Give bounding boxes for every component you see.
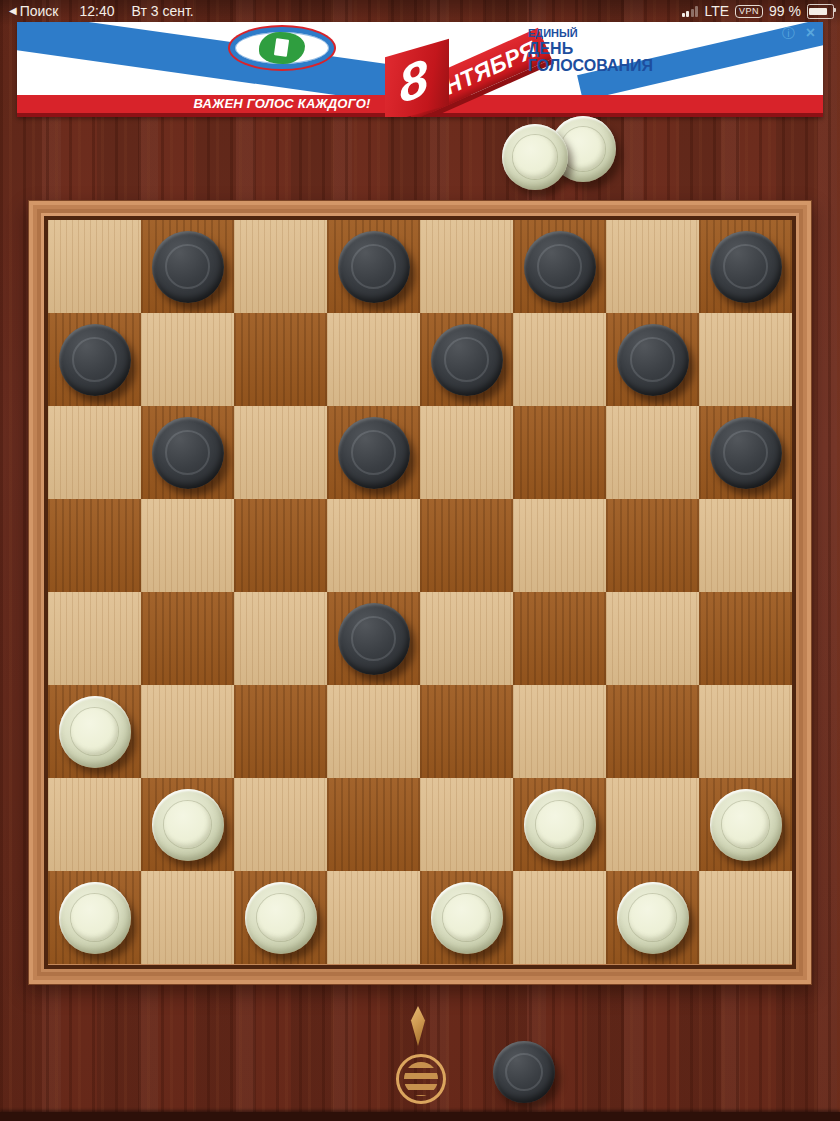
network-type-label: LTE [704, 3, 729, 19]
square-a5[interactable] [48, 499, 141, 592]
ad-close-icon[interactable]: × [806, 25, 815, 40]
battery-percent: 99 % [769, 3, 801, 19]
square-g2[interactable] [606, 778, 699, 871]
blue-stripe-left [17, 22, 398, 103]
square-b2[interactable] [141, 778, 234, 871]
back-arrow-icon: ◀ [9, 0, 17, 22]
black-checker-d6[interactable] [338, 417, 410, 489]
square-b8[interactable] [141, 220, 234, 313]
square-e7[interactable] [420, 313, 513, 406]
black-checker-d8[interactable] [338, 231, 410, 303]
black-checker-g7[interactable] [617, 324, 689, 396]
square-d2[interactable] [327, 778, 420, 871]
square-h8[interactable] [699, 220, 792, 313]
square-g7[interactable] [606, 313, 699, 406]
square-f1[interactable] [513, 871, 606, 964]
white-checker-b2[interactable] [152, 789, 224, 861]
white-checker-a3[interactable] [59, 696, 131, 768]
square-c4[interactable] [234, 592, 327, 685]
ad-banner[interactable]: ВАЖЕН ГОЛОС КАЖДОГО! СЕНТЯБРЯ 8 ЕДИНЫЙ Д… [17, 22, 823, 117]
square-e6[interactable] [420, 406, 513, 499]
status-bar: ◀Поиск 12:40 Вт 3 сент. LTE VPN 99 % [0, 0, 840, 22]
black-checker-f8[interactable] [524, 231, 596, 303]
square-d4[interactable] [327, 592, 420, 685]
square-c5[interactable] [234, 499, 327, 592]
black-checker-e7[interactable] [431, 324, 503, 396]
square-d1[interactable] [327, 871, 420, 964]
back-app-label: Поиск [20, 3, 59, 19]
black-checker-d4[interactable] [338, 603, 410, 675]
ad-headline-line1: ЕДИНЫЙ [528, 28, 653, 40]
square-g3[interactable] [606, 685, 699, 778]
square-d3[interactable] [327, 685, 420, 778]
square-a2[interactable] [48, 778, 141, 871]
white-checker-e1[interactable] [431, 882, 503, 954]
white-checker-g1[interactable] [617, 882, 689, 954]
captured-white-checker [502, 124, 568, 190]
battery-icon [807, 4, 834, 19]
ad-info-icon[interactable]: ⓘ [782, 25, 795, 43]
ad-headline: ЕДИНЫЙ ДЕНЬ ГОЛОСОВАНИЯ [528, 28, 653, 74]
ad-headline-line3: ГОЛОСОВАНИЯ [528, 57, 653, 74]
clock-time: 12:40 [80, 3, 115, 19]
square-e8[interactable] [420, 220, 513, 313]
board-grid [48, 220, 792, 964]
square-f5[interactable] [513, 499, 606, 592]
square-a8[interactable] [48, 220, 141, 313]
square-g5[interactable] [606, 499, 699, 592]
square-c8[interactable] [234, 220, 327, 313]
square-b7[interactable] [141, 313, 234, 406]
black-checker-b6[interactable] [152, 417, 224, 489]
square-b3[interactable] [141, 685, 234, 778]
square-a6[interactable] [48, 406, 141, 499]
square-f4[interactable] [513, 592, 606, 685]
square-b1[interactable] [141, 871, 234, 964]
square-f8[interactable] [513, 220, 606, 313]
white-checker-h2[interactable] [710, 789, 782, 861]
menu-button[interactable] [396, 1054, 446, 1104]
square-h6[interactable] [699, 406, 792, 499]
square-f7[interactable] [513, 313, 606, 406]
square-g6[interactable] [606, 406, 699, 499]
square-a7[interactable] [48, 313, 141, 406]
square-f3[interactable] [513, 685, 606, 778]
square-h2[interactable] [699, 778, 792, 871]
square-c3[interactable] [234, 685, 327, 778]
square-g8[interactable] [606, 220, 699, 313]
white-checker-c1[interactable] [245, 882, 317, 954]
board-inner-border [44, 216, 796, 969]
square-a3[interactable] [48, 685, 141, 778]
square-e1[interactable] [420, 871, 513, 964]
square-a4[interactable] [48, 592, 141, 685]
ad-headline-line2: ДЕНЬ [528, 40, 653, 57]
square-e4[interactable] [420, 592, 513, 685]
square-d8[interactable] [327, 220, 420, 313]
status-date: Вт 3 сент. [132, 3, 194, 19]
square-h1[interactable] [699, 871, 792, 964]
square-d7[interactable] [327, 313, 420, 406]
square-e2[interactable] [420, 778, 513, 871]
square-a1[interactable] [48, 871, 141, 964]
square-d6[interactable] [327, 406, 420, 499]
square-h7[interactable] [699, 313, 792, 406]
square-b4[interactable] [141, 592, 234, 685]
election-emblem-logo [228, 25, 336, 71]
turn-indicator-arrow-icon [407, 1006, 429, 1046]
square-h5[interactable] [699, 499, 792, 592]
square-c7[interactable] [234, 313, 327, 406]
square-h4[interactable] [699, 592, 792, 685]
vpn-badge: VPN [735, 5, 763, 18]
square-g4[interactable] [606, 592, 699, 685]
board-frame [28, 200, 812, 985]
signal-bars-icon [682, 6, 699, 17]
square-g1[interactable] [606, 871, 699, 964]
square-f2[interactable] [513, 778, 606, 871]
black-checker-a7[interactable] [59, 324, 131, 396]
black-checker-h8[interactable] [710, 231, 782, 303]
captured-black-checker [493, 1041, 555, 1103]
square-b6[interactable] [141, 406, 234, 499]
black-checker-h6[interactable] [710, 417, 782, 489]
black-checker-b8[interactable] [152, 231, 224, 303]
square-c1[interactable] [234, 871, 327, 964]
square-d5[interactable] [327, 499, 420, 592]
day-face: 8 [385, 39, 449, 117]
square-c6[interactable] [234, 406, 327, 499]
square-e3[interactable] [420, 685, 513, 778]
square-c2[interactable] [234, 778, 327, 871]
square-e5[interactable] [420, 499, 513, 592]
ad-slogan: ВАЖЕН ГОЛОС КАЖДОГО! [167, 96, 397, 111]
square-b5[interactable] [141, 499, 234, 592]
white-checker-f2[interactable] [524, 789, 596, 861]
day-number: 8 [396, 46, 431, 115]
square-f6[interactable] [513, 406, 606, 499]
back-to-app-link[interactable]: ◀Поиск [9, 0, 59, 22]
checkers-app-screen: ◀Поиск 12:40 Вт 3 сент. LTE VPN 99 % ВАЖ… [0, 0, 840, 1121]
white-checker-a1[interactable] [59, 882, 131, 954]
square-h3[interactable] [699, 685, 792, 778]
bottom-bar [0, 1112, 840, 1121]
